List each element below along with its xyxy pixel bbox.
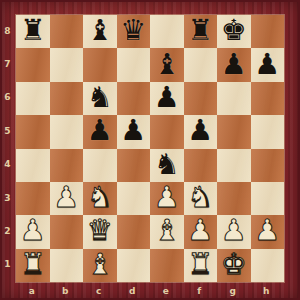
square-a6[interactable] bbox=[16, 82, 50, 115]
black-queen[interactable]: ♛ bbox=[120, 15, 146, 47]
square-a4[interactable] bbox=[16, 149, 50, 182]
square-g2[interactable]: ♟ bbox=[217, 215, 251, 248]
black-bishop[interactable]: ♝ bbox=[87, 15, 113, 47]
square-a2[interactable]: ♟ bbox=[16, 215, 50, 248]
square-b4[interactable] bbox=[50, 149, 84, 182]
white-bishop[interactable]: ♝ bbox=[154, 215, 180, 247]
white-rook[interactable]: ♜ bbox=[187, 249, 213, 281]
black-bishop[interactable]: ♝ bbox=[154, 48, 180, 80]
square-f3[interactable]: ♞ bbox=[184, 182, 218, 215]
square-a3[interactable] bbox=[16, 182, 50, 215]
square-e5[interactable] bbox=[150, 115, 184, 148]
square-e7[interactable]: ♝ bbox=[150, 48, 184, 81]
square-g6[interactable] bbox=[217, 82, 251, 115]
square-c5[interactable]: ♟ bbox=[83, 115, 117, 148]
square-a8[interactable]: ♜ bbox=[16, 15, 50, 48]
square-h7[interactable]: ♟ bbox=[251, 48, 285, 81]
square-h1[interactable] bbox=[251, 249, 285, 282]
square-f5[interactable]: ♟ bbox=[184, 115, 218, 148]
square-e1[interactable] bbox=[150, 249, 184, 282]
chess-board-frame: 87654321 abcdefgh ♜♝♛♜♚♝♟♟♞♟♟♟♟♞♟♞♟♞♟♛♝♟… bbox=[0, 0, 300, 300]
black-rook[interactable]: ♜ bbox=[20, 15, 46, 47]
square-b5[interactable] bbox=[50, 115, 84, 148]
square-g5[interactable] bbox=[217, 115, 251, 148]
file-label-f: f bbox=[197, 286, 201, 296]
white-knight[interactable]: ♞ bbox=[187, 182, 213, 214]
square-d5[interactable]: ♟ bbox=[117, 115, 151, 148]
square-f6[interactable] bbox=[184, 82, 218, 115]
square-b1[interactable] bbox=[50, 249, 84, 282]
square-b3[interactable]: ♟ bbox=[50, 182, 84, 215]
rank-label-6: 6 bbox=[4, 92, 10, 102]
rank-label-7: 7 bbox=[4, 59, 10, 69]
white-king[interactable]: ♚ bbox=[221, 249, 247, 281]
square-e6[interactable]: ♟ bbox=[150, 82, 184, 115]
square-h3[interactable] bbox=[251, 182, 285, 215]
square-b6[interactable] bbox=[50, 82, 84, 115]
square-c7[interactable] bbox=[83, 48, 117, 81]
rank-label-4: 4 bbox=[4, 159, 10, 169]
rank-label-1: 1 bbox=[4, 259, 10, 269]
square-c3[interactable]: ♞ bbox=[83, 182, 117, 215]
black-pawn[interactable]: ♟ bbox=[221, 48, 247, 80]
square-f1[interactable]: ♜ bbox=[184, 249, 218, 282]
square-d8[interactable]: ♛ bbox=[117, 15, 151, 48]
file-label-g: g bbox=[230, 286, 236, 296]
square-d2[interactable] bbox=[117, 215, 151, 248]
white-pawn[interactable]: ♟ bbox=[20, 215, 46, 247]
rank-labels: 87654321 bbox=[0, 14, 15, 281]
black-pawn[interactable]: ♟ bbox=[87, 115, 113, 147]
square-b8[interactable] bbox=[50, 15, 84, 48]
square-d7[interactable] bbox=[117, 48, 151, 81]
rank-label-5: 5 bbox=[4, 126, 10, 136]
square-d4[interactable] bbox=[117, 149, 151, 182]
file-label-c: c bbox=[96, 286, 101, 296]
black-pawn[interactable]: ♟ bbox=[254, 48, 280, 80]
file-label-h: h bbox=[263, 286, 269, 296]
square-g1[interactable]: ♚ bbox=[217, 249, 251, 282]
rank-label-3: 3 bbox=[4, 193, 10, 203]
square-g4[interactable] bbox=[217, 149, 251, 182]
square-e2[interactable]: ♝ bbox=[150, 215, 184, 248]
black-pawn[interactable]: ♟ bbox=[154, 82, 180, 114]
white-pawn[interactable]: ♟ bbox=[154, 182, 180, 214]
file-label-e: e bbox=[163, 286, 169, 296]
white-pawn[interactable]: ♟ bbox=[187, 215, 213, 247]
white-queen[interactable]: ♛ bbox=[87, 215, 113, 247]
square-c2[interactable]: ♛ bbox=[83, 215, 117, 248]
square-g8[interactable]: ♚ bbox=[217, 15, 251, 48]
file-labels: abcdefgh bbox=[15, 281, 283, 300]
square-f8[interactable]: ♜ bbox=[184, 15, 218, 48]
file-label-a: a bbox=[29, 286, 35, 296]
white-rook[interactable]: ♜ bbox=[20, 249, 46, 281]
white-pawn[interactable]: ♟ bbox=[53, 182, 79, 214]
square-a7[interactable] bbox=[16, 48, 50, 81]
square-a1[interactable]: ♜ bbox=[16, 249, 50, 282]
square-f7[interactable] bbox=[184, 48, 218, 81]
square-e8[interactable] bbox=[150, 15, 184, 48]
square-g3[interactable] bbox=[217, 182, 251, 215]
white-pawn[interactable]: ♟ bbox=[254, 215, 280, 247]
square-b7[interactable] bbox=[50, 48, 84, 81]
square-h6[interactable] bbox=[251, 82, 285, 115]
black-pawn[interactable]: ♟ bbox=[187, 115, 213, 147]
chess-board: ♜♝♛♜♚♝♟♟♞♟♟♟♟♞♟♞♟♞♟♛♝♟♟♟♜♝♜♚ bbox=[15, 14, 285, 283]
square-h4[interactable] bbox=[251, 149, 285, 182]
square-e4[interactable]: ♞ bbox=[150, 149, 184, 182]
square-a5[interactable] bbox=[16, 115, 50, 148]
black-rook[interactable]: ♜ bbox=[187, 15, 213, 47]
square-b2[interactable] bbox=[50, 215, 84, 248]
square-e3[interactable]: ♟ bbox=[150, 182, 184, 215]
square-d3[interactable] bbox=[117, 182, 151, 215]
white-knight[interactable]: ♞ bbox=[87, 182, 113, 214]
square-f4[interactable] bbox=[184, 149, 218, 182]
square-c8[interactable]: ♝ bbox=[83, 15, 117, 48]
black-knight[interactable]: ♞ bbox=[87, 82, 113, 114]
square-c1[interactable]: ♝ bbox=[83, 249, 117, 282]
black-knight[interactable]: ♞ bbox=[154, 149, 180, 181]
rank-label-8: 8 bbox=[4, 26, 10, 36]
white-pawn[interactable]: ♟ bbox=[221, 215, 247, 247]
square-h2[interactable]: ♟ bbox=[251, 215, 285, 248]
rank-label-2: 2 bbox=[4, 226, 10, 236]
square-h5[interactable] bbox=[251, 115, 285, 148]
white-bishop[interactable]: ♝ bbox=[87, 249, 113, 281]
file-label-d: d bbox=[129, 286, 135, 296]
square-c4[interactable] bbox=[83, 149, 117, 182]
black-pawn[interactable]: ♟ bbox=[120, 115, 146, 147]
square-d1[interactable] bbox=[117, 249, 151, 282]
square-h8[interactable] bbox=[251, 15, 285, 48]
square-f2[interactable]: ♟ bbox=[184, 215, 218, 248]
square-g7[interactable]: ♟ bbox=[217, 48, 251, 81]
black-king[interactable]: ♚ bbox=[221, 15, 247, 47]
square-c6[interactable]: ♞ bbox=[83, 82, 117, 115]
square-d6[interactable] bbox=[117, 82, 151, 115]
file-label-b: b bbox=[62, 286, 68, 296]
